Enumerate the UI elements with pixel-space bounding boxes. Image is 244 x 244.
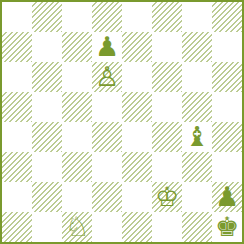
square-g2[interactable] — [182, 182, 212, 212]
square-g4[interactable]: ♝ — [182, 122, 212, 152]
square-f1[interactable] — [152, 212, 182, 242]
black-pawn: ♟ — [95, 33, 119, 60]
square-c5[interactable] — [62, 92, 92, 122]
square-a3[interactable] — [2, 152, 32, 182]
chess-diagram: ♟♙♝♔♟♘♚ — [0, 0, 244, 244]
square-g5[interactable] — [182, 92, 212, 122]
square-e4[interactable] — [122, 122, 152, 152]
square-d8[interactable] — [92, 2, 122, 32]
square-g6[interactable] — [182, 62, 212, 92]
square-e5[interactable] — [122, 92, 152, 122]
square-d1[interactable] — [92, 212, 122, 242]
square-h4[interactable] — [212, 122, 242, 152]
square-a1[interactable] — [2, 212, 32, 242]
white-king: ♔ — [155, 183, 179, 210]
square-c6[interactable] — [62, 62, 92, 92]
square-a4[interactable] — [2, 122, 32, 152]
square-a6[interactable] — [2, 62, 32, 92]
square-b6[interactable] — [32, 62, 62, 92]
square-f8[interactable] — [152, 2, 182, 32]
square-h7[interactable] — [212, 32, 242, 62]
square-b7[interactable] — [32, 32, 62, 62]
black-bishop: ♝ — [185, 123, 209, 150]
square-e7[interactable] — [122, 32, 152, 62]
square-g8[interactable] — [182, 2, 212, 32]
square-e1[interactable] — [122, 212, 152, 242]
square-h8[interactable] — [212, 2, 242, 32]
square-h2[interactable]: ♟ — [212, 182, 242, 212]
square-d7[interactable]: ♟ — [92, 32, 122, 62]
square-e8[interactable] — [122, 2, 152, 32]
square-h3[interactable] — [212, 152, 242, 182]
square-b4[interactable] — [32, 122, 62, 152]
square-g3[interactable] — [182, 152, 212, 182]
square-h6[interactable] — [212, 62, 242, 92]
square-b8[interactable] — [32, 2, 62, 32]
square-c2[interactable] — [62, 182, 92, 212]
square-c8[interactable] — [62, 2, 92, 32]
square-d2[interactable] — [92, 182, 122, 212]
square-f3[interactable] — [152, 152, 182, 182]
square-f7[interactable] — [152, 32, 182, 62]
square-e6[interactable] — [122, 62, 152, 92]
square-d3[interactable] — [92, 152, 122, 182]
black-king: ♚ — [215, 213, 239, 240]
square-f5[interactable] — [152, 92, 182, 122]
square-b3[interactable] — [32, 152, 62, 182]
square-f2[interactable]: ♔ — [152, 182, 182, 212]
square-b2[interactable] — [32, 182, 62, 212]
square-g1[interactable] — [182, 212, 212, 242]
square-d6[interactable]: ♙ — [92, 62, 122, 92]
square-e2[interactable] — [122, 182, 152, 212]
square-c7[interactable] — [62, 32, 92, 62]
square-a7[interactable] — [2, 32, 32, 62]
square-a5[interactable] — [2, 92, 32, 122]
square-e3[interactable] — [122, 152, 152, 182]
white-pawn: ♙ — [95, 63, 119, 90]
square-h1[interactable]: ♚ — [212, 212, 242, 242]
square-f6[interactable] — [152, 62, 182, 92]
white-knight: ♘ — [65, 213, 89, 240]
square-a2[interactable] — [2, 182, 32, 212]
square-h5[interactable] — [212, 92, 242, 122]
square-f4[interactable] — [152, 122, 182, 152]
square-d4[interactable] — [92, 122, 122, 152]
square-b1[interactable] — [32, 212, 62, 242]
square-c3[interactable] — [62, 152, 92, 182]
square-b5[interactable] — [32, 92, 62, 122]
square-d5[interactable] — [92, 92, 122, 122]
square-a8[interactable] — [2, 2, 32, 32]
square-c1[interactable]: ♘ — [62, 212, 92, 242]
square-g7[interactable] — [182, 32, 212, 62]
chess-board: ♟♙♝♔♟♘♚ — [0, 0, 244, 244]
square-c4[interactable] — [62, 122, 92, 152]
black-pawn: ♟ — [215, 183, 239, 210]
